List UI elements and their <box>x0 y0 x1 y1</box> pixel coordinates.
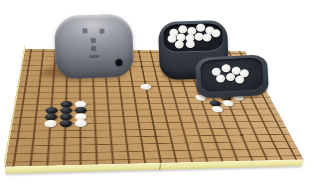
board-cell[interactable] <box>103 126 118 133</box>
board-cell[interactable] <box>39 157 56 166</box>
board-cell[interactable] <box>104 148 120 156</box>
hoshi-point <box>240 134 244 136</box>
board-cell[interactable] <box>88 148 104 156</box>
board-cell[interactable] <box>72 157 88 166</box>
white-stone[interactable] <box>44 120 57 128</box>
board-cell[interactable] <box>11 121 27 128</box>
board-cell[interactable] <box>182 154 199 162</box>
white-stone-heap <box>165 22 221 54</box>
board-cell[interactable] <box>227 153 245 161</box>
go-photo-stage <box>0 0 320 192</box>
board-scene <box>0 0 320 192</box>
board-cell[interactable] <box>6 150 24 158</box>
board-cell[interactable] <box>210 146 227 154</box>
hoshi-point <box>154 135 158 137</box>
bowl-stone <box>174 41 183 49</box>
black-stone[interactable] <box>59 120 71 127</box>
board-cell[interactable] <box>22 158 40 167</box>
board-cell[interactable] <box>135 148 152 156</box>
board-cell[interactable] <box>193 139 210 147</box>
board-cell[interactable] <box>5 158 23 167</box>
engraving-marks <box>80 28 107 61</box>
bowl-stone <box>211 29 220 37</box>
board-cell[interactable] <box>40 142 57 150</box>
board-cell[interactable] <box>105 156 122 164</box>
hoshi-point <box>63 137 66 139</box>
board-cell[interactable] <box>57 141 73 149</box>
board-cell[interactable] <box>89 156 106 164</box>
bowl-stone <box>221 65 230 73</box>
closed-stone-bowl[interactable] <box>54 14 134 80</box>
stone-bowl-lid[interactable] <box>195 54 269 99</box>
bowl-black-dot <box>115 59 122 66</box>
board-cell[interactable] <box>56 157 73 166</box>
board-cell[interactable] <box>72 149 88 157</box>
board-cell[interactable] <box>88 127 103 134</box>
board-cell[interactable] <box>285 152 303 160</box>
board-cell[interactable] <box>24 142 41 150</box>
hoshi-point <box>140 66 143 67</box>
board-cell[interactable] <box>136 155 153 163</box>
board-cell[interactable] <box>8 142 25 150</box>
hoshi-point <box>65 97 68 99</box>
bowl-stone <box>226 73 235 81</box>
bowl-stone <box>194 32 203 40</box>
bowl-stone <box>196 24 205 32</box>
white-stone[interactable] <box>140 84 152 90</box>
bowl-stone <box>178 25 187 33</box>
board-cell[interactable] <box>27 121 43 128</box>
bowl-stone <box>235 75 244 83</box>
lid-stone-heap <box>203 60 260 92</box>
board-cell[interactable] <box>9 135 26 143</box>
board-cell[interactable] <box>120 156 137 164</box>
board-cell[interactable] <box>42 120 58 127</box>
board-cell[interactable] <box>134 140 150 148</box>
bowl-stone <box>216 75 225 83</box>
bowl-stone <box>185 40 194 48</box>
board-cell[interactable] <box>58 120 73 127</box>
hoshi-point <box>146 97 149 99</box>
board-cell[interactable] <box>131 119 146 126</box>
bowl-stone <box>203 33 212 41</box>
